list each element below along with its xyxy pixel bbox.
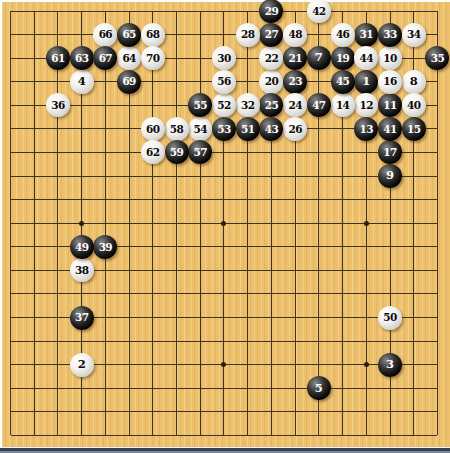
- stone-number: 70: [146, 53, 159, 64]
- stone-white-14: 14: [331, 93, 355, 117]
- stone-white-54: 54: [188, 117, 212, 141]
- stone-number: 65: [122, 29, 135, 40]
- stone-number: 40: [407, 100, 420, 111]
- stone-number: 54: [194, 124, 207, 135]
- stone-number: 37: [75, 312, 88, 323]
- stone-number: 61: [51, 53, 64, 64]
- stone-number: 60: [146, 124, 159, 135]
- stone-number: 5: [315, 383, 323, 395]
- stone-white-40: 40: [402, 93, 426, 117]
- stone-number: 22: [265, 53, 278, 64]
- stone-number: 49: [75, 242, 88, 253]
- stone-number: 26: [288, 124, 301, 135]
- stone-number: 50: [383, 312, 396, 323]
- star-point: [364, 362, 369, 367]
- stone-black-25: 25: [259, 93, 283, 117]
- stone-white-2: 2: [70, 353, 94, 377]
- stone-white-38: 38: [70, 258, 94, 282]
- stone-black-3: 3: [378, 353, 402, 377]
- stone-black-13: 13: [354, 117, 378, 141]
- stone-black-59: 59: [165, 140, 189, 164]
- stone-black-1: 1: [354, 70, 378, 94]
- stone-number: 63: [75, 53, 88, 64]
- stone-number: 12: [360, 100, 373, 111]
- stone-number: 62: [146, 147, 159, 158]
- stone-white-32: 32: [236, 93, 260, 117]
- stone-number: 48: [288, 29, 301, 40]
- stone-black-21: 21: [283, 46, 307, 70]
- stone-black-31: 31: [354, 23, 378, 47]
- grid-line-vertical: [437, 11, 438, 435]
- stone-black-29: 29: [259, 0, 283, 23]
- stone-white-66: 66: [93, 23, 117, 47]
- stone-number: 30: [217, 53, 230, 64]
- stone-number: 23: [288, 76, 301, 87]
- stone-number: 27: [265, 29, 278, 40]
- stone-black-51: 51: [236, 117, 260, 141]
- stone-number: 39: [99, 242, 112, 253]
- stone-black-5: 5: [307, 376, 331, 400]
- stone-number: 44: [360, 53, 373, 64]
- stone-white-16: 16: [378, 70, 402, 94]
- stone-number: 11: [383, 100, 396, 111]
- stone-number: 7: [315, 52, 323, 64]
- stone-number: 35: [431, 53, 444, 64]
- stone-number: 21: [288, 53, 301, 64]
- stone-black-17: 17: [378, 140, 402, 164]
- stone-white-12: 12: [354, 93, 378, 117]
- grid-line-horizontal: [11, 341, 438, 342]
- stone-number: 33: [383, 29, 396, 40]
- stone-number: 13: [360, 124, 373, 135]
- grid-line-horizontal: [11, 435, 438, 436]
- stone-number: 52: [217, 100, 230, 111]
- stone-black-53: 53: [212, 117, 236, 141]
- stone-black-19: 19: [331, 46, 355, 70]
- stone-black-37: 37: [70, 306, 94, 330]
- stone-black-67: 67: [93, 46, 117, 70]
- grid-line-horizontal: [11, 411, 438, 412]
- stone-black-7: 7: [307, 46, 331, 70]
- stone-black-49: 49: [70, 235, 94, 259]
- stone-black-9: 9: [378, 164, 402, 188]
- stone-white-36: 36: [46, 93, 70, 117]
- stone-number: 66: [99, 29, 112, 40]
- stone-white-24: 24: [283, 93, 307, 117]
- stone-number: 24: [288, 100, 301, 111]
- stone-black-61: 61: [46, 46, 70, 70]
- star-point: [79, 221, 84, 226]
- stone-number: 47: [312, 100, 325, 111]
- stone-white-20: 20: [259, 70, 283, 94]
- stone-black-55: 55: [188, 93, 212, 117]
- stone-number: 17: [383, 147, 396, 158]
- stone-white-8: 8: [402, 70, 426, 94]
- star-point: [221, 221, 226, 226]
- stone-black-23: 23: [283, 70, 307, 94]
- stone-number: 68: [146, 29, 159, 40]
- stone-black-39: 39: [93, 235, 117, 259]
- stone-black-65: 65: [117, 23, 141, 47]
- star-point: [221, 362, 226, 367]
- stone-number: 38: [75, 265, 88, 276]
- stone-black-11: 11: [378, 93, 402, 117]
- stone-number: 3: [386, 359, 394, 371]
- stone-white-46: 46: [331, 23, 355, 47]
- stone-number: 53: [217, 124, 230, 135]
- stone-white-42: 42: [307, 0, 331, 23]
- stone-number: 31: [360, 29, 373, 40]
- stone-number: 55: [194, 100, 207, 111]
- go-board[interactable]: 1234578910111213141516171920212223242526…: [2, 2, 450, 447]
- stone-white-70: 70: [141, 46, 165, 70]
- stone-black-45: 45: [331, 70, 355, 94]
- stone-number: 2: [78, 359, 86, 371]
- stone-white-48: 48: [283, 23, 307, 47]
- go-diagram-window: 1234578910111213141516171920212223242526…: [0, 0, 450, 453]
- stone-number: 15: [407, 124, 420, 135]
- grid-line-horizontal: [11, 293, 438, 294]
- stone-white-58: 58: [165, 117, 189, 141]
- stone-number: 59: [170, 147, 183, 158]
- stone-white-4: 4: [70, 70, 94, 94]
- stone-number: 14: [336, 100, 349, 111]
- stone-number: 42: [312, 6, 325, 17]
- stone-black-47: 47: [307, 93, 331, 117]
- stone-black-69: 69: [117, 70, 141, 94]
- stone-white-50: 50: [378, 306, 402, 330]
- stone-black-41: 41: [378, 117, 402, 141]
- stone-number: 51: [241, 124, 254, 135]
- stone-number: 64: [122, 53, 135, 64]
- stone-number: 57: [194, 147, 207, 158]
- stone-white-56: 56: [212, 70, 236, 94]
- grid-line-vertical: [247, 11, 248, 435]
- stone-white-62: 62: [141, 140, 165, 164]
- stone-black-43: 43: [259, 117, 283, 141]
- stone-number: 1: [362, 76, 370, 88]
- stone-white-34: 34: [402, 23, 426, 47]
- stone-number: 28: [241, 29, 254, 40]
- stone-white-52: 52: [212, 93, 236, 117]
- star-point: [364, 221, 369, 226]
- stone-number: 43: [265, 124, 278, 135]
- stone-number: 69: [122, 76, 135, 87]
- stone-number: 16: [383, 76, 396, 87]
- stone-number: 25: [265, 100, 278, 111]
- stone-number: 45: [336, 76, 349, 87]
- stone-white-44: 44: [354, 46, 378, 70]
- stone-black-57: 57: [188, 140, 212, 164]
- stone-number: 9: [386, 170, 394, 182]
- stone-black-63: 63: [70, 46, 94, 70]
- stone-white-68: 68: [141, 23, 165, 47]
- stone-number: 46: [336, 29, 349, 40]
- stone-number: 10: [383, 53, 396, 64]
- window-bottom-border: [0, 447, 450, 453]
- stone-white-64: 64: [117, 46, 141, 70]
- stone-black-27: 27: [259, 23, 283, 47]
- stone-white-60: 60: [141, 117, 165, 141]
- stone-white-30: 30: [212, 46, 236, 70]
- stone-number: 36: [51, 100, 64, 111]
- stone-white-26: 26: [283, 117, 307, 141]
- stone-white-22: 22: [259, 46, 283, 70]
- grid-line-vertical: [318, 11, 319, 435]
- stone-number: 20: [265, 76, 278, 87]
- stone-number: 56: [217, 76, 230, 87]
- stone-number: 67: [99, 53, 112, 64]
- stone-number: 8: [410, 76, 418, 88]
- stone-number: 29: [265, 6, 278, 17]
- grid-line-horizontal: [11, 388, 438, 389]
- stone-number: 19: [336, 53, 349, 64]
- stone-number: 41: [383, 124, 396, 135]
- stone-white-28: 28: [236, 23, 260, 47]
- stone-black-33: 33: [378, 23, 402, 47]
- stone-white-10: 10: [378, 46, 402, 70]
- stone-number: 4: [78, 76, 86, 88]
- stone-black-15: 15: [402, 117, 426, 141]
- stone-number: 34: [407, 29, 420, 40]
- stone-number: 32: [241, 100, 254, 111]
- stone-number: 58: [170, 124, 183, 135]
- stone-black-35: 35: [425, 46, 449, 70]
